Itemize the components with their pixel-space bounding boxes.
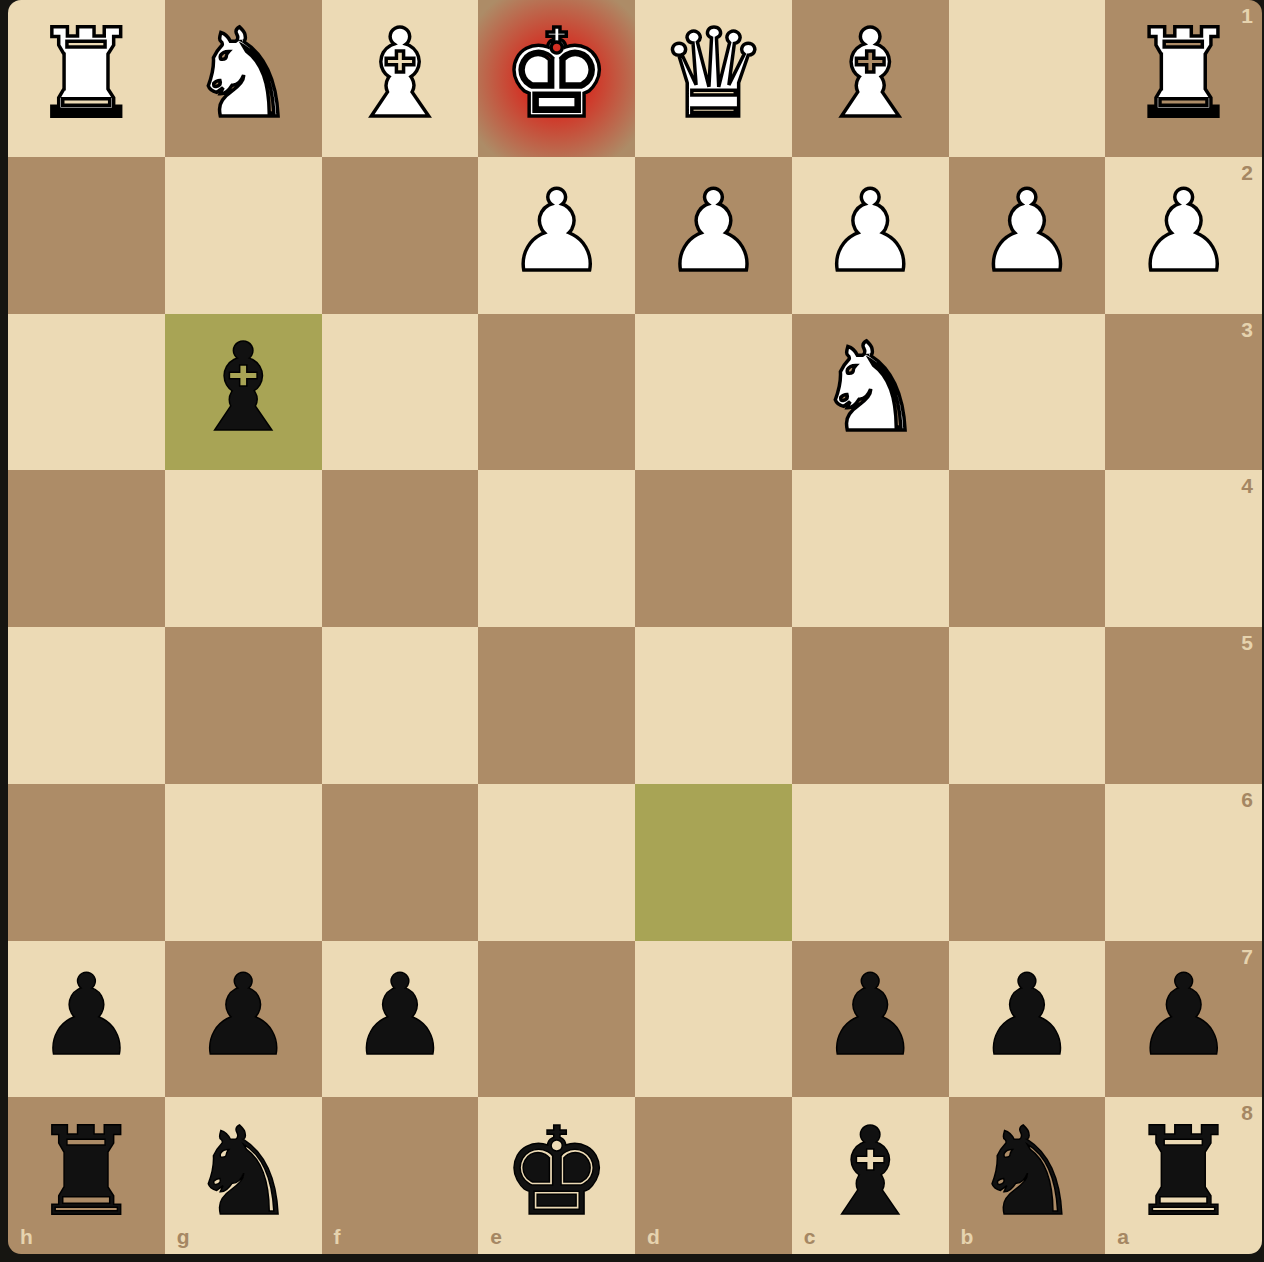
square-d6[interactable] [635, 784, 792, 941]
square-f3[interactable] [322, 314, 479, 471]
black-pawn[interactable]: ♟ [36, 959, 136, 1071]
black-knight[interactable]: ♞ [188, 1111, 297, 1233]
square-d1[interactable]: ♛ [635, 0, 792, 157]
square-h8[interactable]: ♜h [8, 1097, 165, 1254]
rank-label-8: 8 [1241, 1101, 1253, 1125]
square-h3[interactable] [8, 314, 165, 471]
square-a8[interactable]: ♜8a [1105, 1097, 1262, 1254]
square-h1[interactable]: ♜ [8, 0, 165, 157]
square-f8[interactable]: f [322, 1097, 479, 1254]
black-king[interactable]: ♚ [502, 1111, 611, 1233]
square-a2[interactable]: ♟2 [1105, 157, 1262, 314]
square-f4[interactable] [322, 470, 479, 627]
square-f1[interactable]: ♝ [322, 0, 479, 157]
square-b1[interactable] [949, 0, 1106, 157]
square-g5[interactable] [165, 627, 322, 784]
square-g4[interactable] [165, 470, 322, 627]
square-f6[interactable] [322, 784, 479, 941]
square-g2[interactable] [165, 157, 322, 314]
square-a1[interactable]: ♜1 [1105, 0, 1262, 157]
square-b6[interactable] [949, 784, 1106, 941]
square-d2[interactable]: ♟ [635, 157, 792, 314]
file-label-e: e [490, 1225, 502, 1249]
square-e7[interactable] [478, 941, 635, 1098]
black-pawn[interactable]: ♟ [820, 959, 920, 1071]
square-c3[interactable]: ♞ [792, 314, 949, 471]
square-e3[interactable] [478, 314, 635, 471]
square-b7[interactable]: ♟ [949, 941, 1106, 1098]
square-d8[interactable]: d [635, 1097, 792, 1254]
black-knight[interactable]: ♞ [972, 1111, 1081, 1233]
square-c8[interactable]: ♝c [792, 1097, 949, 1254]
square-h6[interactable] [8, 784, 165, 941]
square-h4[interactable] [8, 470, 165, 627]
square-a4[interactable]: 4 [1105, 470, 1262, 627]
square-b8[interactable]: ♞b [949, 1097, 1106, 1254]
square-e5[interactable] [478, 627, 635, 784]
square-f2[interactable] [322, 157, 479, 314]
white-pawn[interactable]: ♟ [820, 175, 920, 287]
page-background: ♜♞♝♚♛♝♜1♟♟♟♟♟2♝♞3456♟♟♟♟♟♟7♜h♞gf♚ed♝c♞b♜… [0, 0, 1264, 1262]
chess-board: ♜♞♝♚♛♝♜1♟♟♟♟♟2♝♞3456♟♟♟♟♟♟7♜h♞gf♚ed♝c♞b♜… [8, 0, 1262, 1254]
square-g3[interactable]: ♝ [165, 314, 322, 471]
square-d4[interactable] [635, 470, 792, 627]
square-g7[interactable]: ♟ [165, 941, 322, 1098]
rank-label-5: 5 [1241, 631, 1253, 655]
white-knight[interactable]: ♞ [815, 327, 924, 449]
square-f7[interactable]: ♟ [322, 941, 479, 1098]
square-h5[interactable] [8, 627, 165, 784]
square-b2[interactable]: ♟ [949, 157, 1106, 314]
square-b3[interactable] [949, 314, 1106, 471]
square-e8[interactable]: ♚e [478, 1097, 635, 1254]
square-c6[interactable] [792, 784, 949, 941]
file-label-c: c [804, 1225, 816, 1249]
square-c5[interactable] [792, 627, 949, 784]
black-pawn[interactable]: ♟ [977, 959, 1077, 1071]
black-pawn[interactable]: ♟ [193, 959, 293, 1071]
square-g6[interactable] [165, 784, 322, 941]
square-g8[interactable]: ♞g [165, 1097, 322, 1254]
black-rook[interactable]: ♜ [32, 1111, 141, 1233]
white-rook[interactable]: ♜ [32, 13, 141, 135]
white-pawn[interactable]: ♟ [663, 175, 763, 287]
white-bishop[interactable]: ♝ [345, 13, 454, 135]
file-label-a: a [1117, 1225, 1129, 1249]
square-c7[interactable]: ♟ [792, 941, 949, 1098]
square-c1[interactable]: ♝ [792, 0, 949, 157]
square-e6[interactable] [478, 784, 635, 941]
square-c4[interactable] [792, 470, 949, 627]
white-knight[interactable]: ♞ [188, 13, 297, 135]
white-pawn[interactable]: ♟ [977, 175, 1077, 287]
square-f5[interactable] [322, 627, 479, 784]
white-bishop[interactable]: ♝ [815, 13, 924, 135]
square-h7[interactable]: ♟ [8, 941, 165, 1098]
rank-label-6: 6 [1241, 788, 1253, 812]
white-king[interactable]: ♚ [502, 13, 611, 135]
file-label-d: d [647, 1225, 660, 1249]
black-rook[interactable]: ♜ [1129, 1111, 1238, 1233]
square-b4[interactable] [949, 470, 1106, 627]
black-pawn[interactable]: ♟ [1133, 959, 1233, 1071]
rank-label-2: 2 [1241, 161, 1253, 185]
square-a5[interactable]: 5 [1105, 627, 1262, 784]
black-pawn[interactable]: ♟ [350, 959, 450, 1071]
square-c2[interactable]: ♟ [792, 157, 949, 314]
square-a3[interactable]: 3 [1105, 314, 1262, 471]
rank-label-4: 4 [1241, 474, 1253, 498]
white-pawn[interactable]: ♟ [1133, 175, 1233, 287]
file-label-f: f [334, 1225, 341, 1249]
square-e2[interactable]: ♟ [478, 157, 635, 314]
square-d7[interactable] [635, 941, 792, 1098]
white-pawn[interactable]: ♟ [506, 175, 606, 287]
white-queen[interactable]: ♛ [659, 13, 768, 135]
square-e4[interactable] [478, 470, 635, 627]
white-rook[interactable]: ♜ [1129, 13, 1238, 135]
rank-label-7: 7 [1241, 945, 1253, 969]
square-a6[interactable]: 6 [1105, 784, 1262, 941]
square-h2[interactable] [8, 157, 165, 314]
rank-label-3: 3 [1241, 318, 1253, 342]
black-bishop[interactable]: ♝ [815, 1111, 924, 1233]
square-d5[interactable] [635, 627, 792, 784]
square-b5[interactable] [949, 627, 1106, 784]
square-d3[interactable] [635, 314, 792, 471]
rank-label-1: 1 [1241, 4, 1253, 28]
square-a7[interactable]: ♟7 [1105, 941, 1262, 1098]
black-bishop[interactable]: ♝ [188, 327, 297, 449]
square-g1[interactable]: ♞ [165, 0, 322, 157]
square-e1[interactable]: ♚ [478, 0, 635, 157]
